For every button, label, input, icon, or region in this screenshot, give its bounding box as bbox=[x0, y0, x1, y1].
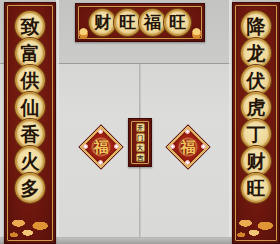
door-frame-left bbox=[56, 0, 59, 244]
left-couplet-characters: 致 富 供 仙 香 火 多 bbox=[5, 11, 55, 203]
couplet-character: 丁 bbox=[241, 119, 271, 149]
couplet-character: 门 bbox=[136, 133, 145, 142]
couplet-character: 虎 bbox=[241, 92, 271, 122]
gold-mascot-icon bbox=[192, 28, 201, 39]
couplet-character: 富 bbox=[15, 38, 45, 68]
fu-diamond-right: 福 bbox=[166, 125, 210, 169]
center-strip-characters: 开 门 大 吉 bbox=[129, 123, 151, 162]
couplet-character: 致 bbox=[15, 11, 45, 41]
couplet-character: 福 bbox=[139, 9, 166, 36]
top-banner-characters: 财 旺 福 旺 bbox=[76, 4, 204, 41]
couplet-character: 伏 bbox=[241, 65, 271, 95]
right-couplet-characters: 降 龙 伏 虎 丁 财 旺 bbox=[233, 11, 279, 203]
gold-koi-ornament-icon bbox=[7, 214, 53, 240]
fu-character: 福 bbox=[79, 125, 123, 169]
couplet-character: 开 bbox=[136, 123, 145, 132]
couplet-character: 香 bbox=[15, 119, 45, 149]
couplet-character: 财 bbox=[89, 9, 116, 36]
fu-diamond-left: 福 bbox=[79, 125, 123, 169]
couplet-character: 大 bbox=[136, 143, 145, 152]
couplet-character: 旺 bbox=[114, 9, 141, 36]
couplet-character: 仙 bbox=[15, 92, 45, 122]
couplet-character: 降 bbox=[241, 11, 271, 41]
couplet-character: 吉 bbox=[136, 153, 145, 162]
top-horizontal-banner: 财 旺 福 旺 bbox=[75, 3, 205, 42]
left-couplet-banner: 致 富 供 仙 香 火 多 bbox=[4, 2, 56, 244]
couplet-character: 龙 bbox=[241, 38, 271, 68]
gold-koi-ornament-icon bbox=[235, 214, 277, 240]
right-couplet-banner: 降 龙 伏 虎 丁 财 旺 bbox=[232, 2, 280, 244]
couplet-character: 供 bbox=[15, 65, 45, 95]
door-couplet-scene: 致 富 供 仙 香 火 多 降 龙 伏 虎 丁 财 旺 财 旺 福 旺 bbox=[0, 0, 280, 244]
couplet-character: 旺 bbox=[241, 173, 271, 203]
center-door-strip: 开 门 大 吉 bbox=[128, 118, 152, 167]
couplet-character: 火 bbox=[15, 146, 45, 176]
gold-mascot-icon bbox=[79, 28, 88, 39]
couplet-character: 财 bbox=[241, 146, 271, 176]
couplet-character: 旺 bbox=[164, 9, 191, 36]
couplet-character: 多 bbox=[15, 173, 45, 203]
fu-character: 福 bbox=[166, 125, 210, 169]
